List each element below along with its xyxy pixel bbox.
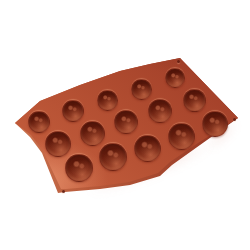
- product-photo: [0, 0, 250, 250]
- corner-hole: [233, 118, 236, 121]
- corner-hole: [62, 190, 65, 193]
- corner-hole: [177, 60, 180, 63]
- hole-layer: [0, 0, 250, 250]
